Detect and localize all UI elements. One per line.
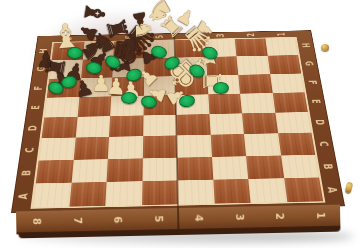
chess-set-photo: 87654321 HGFEDCBA HGFEDCBA 87654321 ♟♟♟♟… xyxy=(0,0,360,248)
brass-clasp-icon xyxy=(321,44,329,51)
green-felt-base xyxy=(121,92,137,104)
green-felt-base xyxy=(124,67,143,84)
green-felt-base xyxy=(187,62,207,80)
felt-pads xyxy=(0,0,360,248)
green-felt-base xyxy=(140,95,158,110)
green-felt-base xyxy=(85,61,103,76)
green-felt-base xyxy=(213,82,229,94)
green-felt-base xyxy=(103,53,123,71)
green-felt-base xyxy=(178,94,196,109)
green-felt-base xyxy=(200,45,219,62)
green-felt-base xyxy=(67,47,83,59)
green-felt-base xyxy=(150,44,169,60)
green-felt-base xyxy=(162,54,182,72)
